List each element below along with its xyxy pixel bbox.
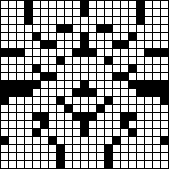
grid-cell[interactable] [9, 41, 16, 48]
grid-cell[interactable] [97, 97, 104, 104]
grid-cell[interactable] [129, 41, 136, 48]
grid-cell[interactable] [17, 129, 24, 136]
grid-cell[interactable] [9, 137, 16, 144]
grid-cell[interactable] [97, 33, 104, 40]
grid-cell[interactable] [121, 129, 128, 136]
grid-cell[interactable] [121, 1, 128, 8]
grid-cell[interactable] [9, 105, 16, 112]
grid-cell[interactable] [129, 57, 136, 64]
grid-cell[interactable] [97, 73, 104, 80]
grid-cell[interactable] [89, 57, 96, 64]
grid-cell[interactable] [105, 49, 112, 56]
grid-cell[interactable] [89, 129, 96, 136]
grid-cell[interactable] [145, 1, 152, 8]
grid-cell[interactable] [105, 65, 112, 72]
grid-cell[interactable] [105, 73, 112, 80]
grid-cell[interactable] [145, 153, 152, 160]
grid-cell[interactable] [9, 153, 16, 160]
grid-cell[interactable] [33, 153, 40, 160]
grid-cell[interactable] [81, 161, 88, 168]
grid-cell[interactable] [65, 41, 72, 48]
grid-cell[interactable] [9, 57, 16, 64]
grid-cell[interactable] [49, 49, 56, 56]
grid-cell[interactable] [145, 33, 152, 40]
grid-cell[interactable] [145, 9, 152, 16]
grid-cell[interactable] [89, 65, 96, 72]
grid-cell[interactable] [153, 145, 160, 152]
grid-cell[interactable] [57, 49, 64, 56]
grid-cell[interactable] [17, 41, 24, 48]
grid-cell[interactable] [57, 17, 64, 24]
grid-cell[interactable] [17, 153, 24, 160]
grid-cell[interactable] [145, 25, 152, 32]
grid-cell[interactable] [73, 57, 80, 64]
grid-cell[interactable] [97, 113, 104, 120]
grid-cell[interactable] [153, 137, 160, 144]
grid-cell[interactable] [57, 73, 64, 80]
grid-cell[interactable] [57, 137, 64, 144]
grid-cell[interactable] [65, 57, 72, 64]
grid-cell[interactable] [161, 9, 168, 16]
grid-cell[interactable] [97, 1, 104, 8]
grid-cell[interactable] [1, 41, 8, 48]
grid-cell[interactable] [33, 97, 40, 104]
grid-cell[interactable] [145, 129, 152, 136]
grid-cell[interactable] [41, 9, 48, 16]
grid-cell[interactable] [49, 129, 56, 136]
grid-cell[interactable] [145, 145, 152, 152]
grid-cell[interactable] [1, 1, 8, 8]
grid-cell[interactable] [49, 9, 56, 16]
grid-cell[interactable] [113, 89, 120, 96]
grid-cell[interactable] [81, 137, 88, 144]
grid-cell[interactable] [129, 137, 136, 144]
grid-cell[interactable] [113, 65, 120, 72]
grid-cell[interactable] [113, 25, 120, 32]
grid-cell[interactable] [49, 161, 56, 168]
grid-cell[interactable] [145, 57, 152, 64]
grid-cell[interactable] [65, 113, 72, 120]
grid-cell[interactable] [33, 73, 40, 80]
grid-cell[interactable] [25, 161, 32, 168]
grid-cell[interactable] [49, 89, 56, 96]
grid-cell[interactable] [121, 105, 128, 112]
grid-cell[interactable] [25, 25, 32, 32]
grid-cell[interactable] [49, 145, 56, 152]
grid-cell[interactable] [1, 113, 8, 120]
grid-cell[interactable] [97, 121, 104, 128]
grid-cell[interactable] [137, 121, 144, 128]
grid-cell[interactable] [17, 17, 24, 24]
grid-cell[interactable] [153, 113, 160, 120]
grid-cell[interactable] [137, 33, 144, 40]
grid-cell[interactable] [49, 65, 56, 72]
grid-cell[interactable] [73, 25, 80, 32]
grid-cell[interactable] [9, 25, 16, 32]
grid-cell[interactable] [65, 97, 72, 104]
grid-cell[interactable] [1, 129, 8, 136]
grid-cell[interactable] [9, 1, 16, 8]
grid-cell[interactable] [153, 33, 160, 40]
grid-cell[interactable] [17, 113, 24, 120]
grid-cell[interactable] [65, 153, 72, 160]
grid-cell[interactable] [41, 1, 48, 8]
grid-cell[interactable] [17, 25, 24, 32]
grid-cell[interactable] [153, 9, 160, 16]
grid-cell[interactable] [33, 145, 40, 152]
grid-cell[interactable] [137, 145, 144, 152]
grid-cell[interactable] [73, 33, 80, 40]
grid-cell[interactable] [81, 153, 88, 160]
grid-cell[interactable] [33, 137, 40, 144]
grid-cell[interactable] [17, 105, 24, 112]
grid-cell[interactable] [121, 145, 128, 152]
grid-cell[interactable] [121, 65, 128, 72]
grid-cell[interactable] [113, 105, 120, 112]
grid-cell[interactable] [121, 161, 128, 168]
grid-cell[interactable] [113, 153, 120, 160]
grid-cell[interactable] [65, 121, 72, 128]
grid-cell[interactable] [33, 17, 40, 24]
grid-cell[interactable] [41, 145, 48, 152]
grid-cell[interactable] [9, 161, 16, 168]
grid-cell[interactable] [89, 97, 96, 104]
grid-cell[interactable] [33, 25, 40, 32]
grid-cell[interactable] [65, 65, 72, 72]
grid-cell[interactable] [81, 97, 88, 104]
grid-cell[interactable] [41, 153, 48, 160]
grid-cell[interactable] [73, 9, 80, 16]
grid-cell[interactable] [33, 9, 40, 16]
grid-cell[interactable] [137, 25, 144, 32]
grid-cell[interactable] [25, 73, 32, 80]
grid-cell[interactable] [9, 17, 16, 24]
grid-cell[interactable] [129, 89, 136, 96]
grid-cell[interactable] [153, 73, 160, 80]
grid-cell[interactable] [89, 121, 96, 128]
grid-cell[interactable] [89, 17, 96, 24]
grid-cell[interactable] [137, 65, 144, 72]
grid-cell[interactable] [105, 9, 112, 16]
grid-cell[interactable] [81, 73, 88, 80]
grid-cell[interactable] [49, 57, 56, 64]
grid-cell[interactable] [113, 9, 120, 16]
grid-cell[interactable] [121, 17, 128, 24]
grid-cell[interactable] [145, 137, 152, 144]
grid-cell[interactable] [137, 161, 144, 168]
grid-cell[interactable] [97, 89, 104, 96]
grid-cell[interactable] [89, 1, 96, 8]
grid-cell[interactable] [49, 25, 56, 32]
grid-cell[interactable] [73, 41, 80, 48]
grid-cell[interactable] [57, 113, 64, 120]
grid-cell[interactable] [1, 73, 8, 80]
grid-cell[interactable] [81, 57, 88, 64]
grid-cell[interactable] [121, 25, 128, 32]
grid-cell[interactable] [73, 97, 80, 104]
grid-cell[interactable] [145, 17, 152, 24]
grid-cell[interactable] [1, 121, 8, 128]
grid-cell[interactable] [89, 73, 96, 80]
grid-cell[interactable] [25, 105, 32, 112]
grid-cell[interactable] [41, 33, 48, 40]
grid-cell[interactable] [17, 145, 24, 152]
grid-cell[interactable] [33, 161, 40, 168]
grid-cell[interactable] [153, 17, 160, 24]
grid-cell[interactable] [73, 105, 80, 112]
grid-cell[interactable] [73, 17, 80, 24]
grid-cell[interactable] [49, 97, 56, 104]
grid-cell[interactable] [145, 161, 152, 168]
grid-cell[interactable] [145, 41, 152, 48]
grid-cell[interactable] [9, 97, 16, 104]
grid-cell[interactable] [153, 121, 160, 128]
grid-cell[interactable] [105, 17, 112, 24]
grid-cell[interactable] [17, 9, 24, 16]
grid-cell[interactable] [129, 25, 136, 32]
grid-cell[interactable] [49, 113, 56, 120]
grid-cell[interactable] [89, 41, 96, 48]
grid-cell[interactable] [73, 161, 80, 168]
grid-cell[interactable] [25, 65, 32, 72]
grid-cell[interactable] [137, 129, 144, 136]
grid-cell[interactable] [57, 41, 64, 48]
grid-cell[interactable] [41, 161, 48, 168]
grid-cell[interactable] [121, 33, 128, 40]
grid-cell[interactable] [105, 89, 112, 96]
grid-cell[interactable] [97, 137, 104, 144]
grid-cell[interactable] [1, 57, 8, 64]
grid-cell[interactable] [73, 1, 80, 8]
grid-cell[interactable] [25, 137, 32, 144]
grid-cell[interactable] [113, 1, 120, 8]
grid-cell[interactable] [65, 1, 72, 8]
grid-cell[interactable] [129, 153, 136, 160]
grid-cell[interactable] [97, 17, 104, 24]
grid-cell[interactable] [17, 57, 24, 64]
grid-cell[interactable] [113, 49, 120, 56]
grid-cell[interactable] [89, 161, 96, 168]
grid-cell[interactable] [49, 105, 56, 112]
grid-cell[interactable] [105, 137, 112, 144]
grid-cell[interactable] [89, 145, 96, 152]
grid-cell[interactable] [121, 49, 128, 56]
grid-cell[interactable] [113, 57, 120, 64]
grid-cell[interactable] [65, 17, 72, 24]
grid-cell[interactable] [161, 129, 168, 136]
grid-cell[interactable] [97, 129, 104, 136]
grid-cell[interactable] [17, 73, 24, 80]
grid-cell[interactable] [129, 49, 136, 56]
grid-cell[interactable] [33, 121, 40, 128]
grid-cell[interactable] [161, 161, 168, 168]
grid-cell[interactable] [153, 1, 160, 8]
grid-cell[interactable] [129, 161, 136, 168]
grid-cell[interactable] [121, 81, 128, 88]
grid-cell[interactable] [161, 121, 168, 128]
grid-cell[interactable] [49, 81, 56, 88]
grid-cell[interactable] [153, 129, 160, 136]
grid-cell[interactable] [105, 105, 112, 112]
grid-cell[interactable] [129, 145, 136, 152]
grid-cell[interactable] [9, 73, 16, 80]
grid-cell[interactable] [137, 137, 144, 144]
grid-cell[interactable] [33, 49, 40, 56]
grid-cell[interactable] [137, 105, 144, 112]
grid-cell[interactable] [1, 65, 8, 72]
grid-cell[interactable] [129, 9, 136, 16]
grid-cell[interactable] [9, 65, 16, 72]
grid-cell[interactable] [9, 121, 16, 128]
grid-cell[interactable] [105, 121, 112, 128]
grid-cell[interactable] [161, 41, 168, 48]
grid-cell[interactable] [25, 57, 32, 64]
grid-cell[interactable] [105, 113, 112, 120]
grid-cell[interactable] [17, 161, 24, 168]
grid-cell[interactable] [57, 33, 64, 40]
grid-cell[interactable] [89, 137, 96, 144]
grid-cell[interactable] [41, 89, 48, 96]
grid-cell[interactable] [17, 65, 24, 72]
grid-cell[interactable] [137, 73, 144, 80]
grid-cell[interactable] [129, 1, 136, 8]
grid-cell[interactable] [9, 113, 16, 120]
grid-cell[interactable] [113, 113, 120, 120]
grid-cell[interactable] [113, 121, 120, 128]
grid-cell[interactable] [89, 9, 96, 16]
grid-cell[interactable] [41, 129, 48, 136]
grid-cell[interactable] [73, 129, 80, 136]
grid-cell[interactable] [73, 137, 80, 144]
grid-cell[interactable] [145, 113, 152, 120]
grid-cell[interactable] [17, 33, 24, 40]
grid-cell[interactable] [9, 145, 16, 152]
grid-cell[interactable] [121, 89, 128, 96]
grid-cell[interactable] [65, 9, 72, 16]
grid-cell[interactable] [145, 121, 152, 128]
grid-cell[interactable] [81, 145, 88, 152]
grid-cell[interactable] [25, 33, 32, 40]
grid-cell[interactable] [153, 57, 160, 64]
grid-cell[interactable] [25, 97, 32, 104]
grid-cell[interactable] [25, 113, 32, 120]
grid-cell[interactable] [25, 49, 32, 56]
grid-cell[interactable] [105, 129, 112, 136]
grid-cell[interactable] [73, 73, 80, 80]
grid-cell[interactable] [41, 137, 48, 144]
grid-cell[interactable] [41, 57, 48, 64]
grid-cell[interactable] [73, 153, 80, 160]
grid-cell[interactable] [41, 105, 48, 112]
grid-cell[interactable] [89, 105, 96, 112]
grid-cell[interactable] [81, 25, 88, 32]
grid-cell[interactable] [113, 33, 120, 40]
grid-cell[interactable] [137, 153, 144, 160]
grid-cell[interactable] [97, 41, 104, 48]
grid-cell[interactable] [161, 25, 168, 32]
grid-cell[interactable] [65, 145, 72, 152]
grid-cell[interactable] [65, 81, 72, 88]
grid-cell[interactable] [57, 65, 64, 72]
grid-cell[interactable] [89, 153, 96, 160]
grid-cell[interactable] [33, 105, 40, 112]
grid-cell[interactable] [57, 121, 64, 128]
grid-cell[interactable] [57, 105, 64, 112]
grid-cell[interactable] [137, 57, 144, 64]
grid-cell[interactable] [89, 33, 96, 40]
grid-cell[interactable] [121, 9, 128, 16]
grid-cell[interactable] [153, 65, 160, 72]
grid-cell[interactable] [81, 105, 88, 112]
grid-cell[interactable] [33, 41, 40, 48]
grid-cell[interactable] [25, 121, 32, 128]
grid-cell[interactable] [105, 1, 112, 8]
grid-cell[interactable] [25, 145, 32, 152]
grid-cell[interactable] [137, 97, 144, 104]
grid-cell[interactable] [1, 17, 8, 24]
grid-cell[interactable] [145, 97, 152, 104]
grid-cell[interactable] [153, 97, 160, 104]
grid-cell[interactable] [121, 137, 128, 144]
grid-cell[interactable] [129, 73, 136, 80]
grid-cell[interactable] [49, 17, 56, 24]
grid-cell[interactable] [41, 49, 48, 56]
grid-cell[interactable] [33, 1, 40, 8]
grid-cell[interactable] [97, 65, 104, 72]
grid-cell[interactable] [161, 105, 168, 112]
grid-cell[interactable] [33, 89, 40, 96]
grid-cell[interactable] [129, 121, 136, 128]
grid-cell[interactable] [57, 1, 64, 8]
grid-cell[interactable] [49, 121, 56, 128]
grid-cell[interactable] [9, 33, 16, 40]
grid-cell[interactable] [153, 153, 160, 160]
grid-cell[interactable] [113, 17, 120, 24]
grid-cell[interactable] [41, 81, 48, 88]
grid-cell[interactable] [161, 65, 168, 72]
grid-cell[interactable] [129, 97, 136, 104]
grid-cell[interactable] [97, 81, 104, 88]
grid-cell[interactable] [49, 1, 56, 8]
grid-cell[interactable] [1, 105, 8, 112]
grid-cell[interactable] [161, 57, 168, 64]
grid-cell[interactable] [153, 105, 160, 112]
grid-cell[interactable] [41, 97, 48, 104]
grid-cell[interactable] [137, 41, 144, 48]
grid-cell[interactable] [97, 49, 104, 56]
grid-cell[interactable] [41, 65, 48, 72]
grid-cell[interactable] [17, 137, 24, 144]
grid-cell[interactable] [41, 25, 48, 32]
grid-cell[interactable] [97, 9, 104, 16]
grid-cell[interactable] [129, 105, 136, 112]
grid-cell[interactable] [145, 65, 152, 72]
grid-cell[interactable] [49, 153, 56, 160]
grid-cell[interactable] [129, 17, 136, 24]
grid-cell[interactable] [73, 145, 80, 152]
grid-cell[interactable] [57, 9, 64, 16]
grid-cell[interactable] [1, 161, 8, 168]
grid-cell[interactable] [105, 81, 112, 88]
grid-cell[interactable] [161, 33, 168, 40]
grid-cell[interactable] [25, 129, 32, 136]
grid-cell[interactable] [97, 145, 104, 152]
grid-cell[interactable] [1, 153, 8, 160]
grid-cell[interactable] [57, 129, 64, 136]
grid-cell[interactable] [161, 1, 168, 8]
grid-cell[interactable] [17, 1, 24, 8]
grid-cell[interactable] [73, 81, 80, 88]
